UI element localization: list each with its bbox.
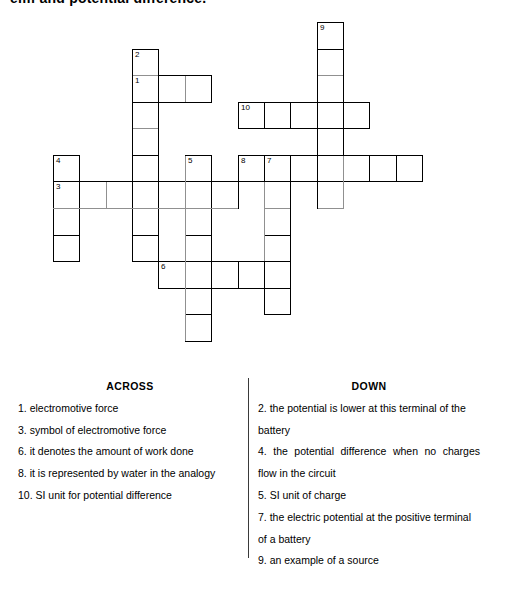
- cell-number: 9: [320, 23, 324, 33]
- grid-cell: [53, 208, 80, 236]
- grid-gray-line: [264, 208, 290, 209]
- grid-cell: [343, 155, 370, 182]
- grid-cell: [396, 155, 423, 182]
- cell-number: 2: [135, 50, 139, 60]
- grid-cell: [79, 181, 107, 209]
- grid-cell: [317, 181, 344, 209]
- grid-cell: [53, 235, 80, 262]
- grid-cell: [185, 75, 212, 103]
- down-clues: DOWN 2. the potential is lower at this t…: [258, 376, 480, 572]
- down-clue-item: 7. the electric potential at the positiv…: [258, 507, 480, 551]
- grid-cell: [290, 102, 318, 129]
- crossword-board: 92110458736: [0, 0, 506, 360]
- grid-cell: [132, 208, 159, 236]
- grid-cell: [158, 75, 186, 103]
- grid-cell: 1: [132, 75, 159, 103]
- grid-cell: [185, 208, 212, 236]
- grid-gray-line: [133, 75, 158, 76]
- grid-cell: 7: [264, 155, 291, 182]
- grid-cell: [185, 181, 212, 209]
- grid-cell: [211, 181, 239, 209]
- down-clue-item: 2. the potential is lower at this termin…: [258, 398, 480, 442]
- cell-number: 1: [135, 76, 139, 86]
- grid-cell: 4: [53, 155, 80, 182]
- grid-cell: [185, 235, 212, 262]
- grid-cell: [132, 128, 159, 156]
- cell-number: 4: [56, 156, 60, 166]
- grid-cell: 8: [238, 155, 265, 182]
- grid-gray-line: [106, 182, 107, 208]
- clue-line: of a battery: [258, 529, 480, 551]
- grid-cell: [343, 102, 370, 129]
- across-clue-item: 6. it denotes the amount of work done: [18, 441, 242, 463]
- clue-line: 7. the electric potential at the positiv…: [258, 507, 480, 529]
- grid-cell: [132, 155, 159, 182]
- across-clues: ACROSS 1. electromotive force3. symbol o…: [18, 376, 242, 507]
- grid-gray-line: [185, 156, 186, 341]
- grid-cell: [264, 208, 291, 236]
- clue-line: battery: [258, 420, 480, 442]
- cell-number: 8: [241, 156, 245, 166]
- grid-cell: [317, 155, 344, 182]
- grid-cell: [317, 49, 344, 76]
- grid-cell: [369, 155, 397, 182]
- grid-cell: 3: [53, 181, 80, 209]
- clue-line: 9. an example of a source: [258, 550, 480, 572]
- grid-cell: [290, 155, 318, 182]
- grid-cell: [317, 102, 344, 129]
- grid-cell: [106, 181, 133, 209]
- down-clue-item: 4. the potential difference when no char…: [258, 441, 480, 485]
- grid-cell: [264, 261, 291, 289]
- grid-cell: [132, 235, 159, 262]
- grid-gray-line: [264, 182, 265, 261]
- cell-number: 3: [56, 182, 60, 192]
- across-clue-item: 3. symbol of electromotive force: [18, 420, 242, 442]
- down-clue-item: 5. SI unit of charge: [258, 485, 480, 507]
- across-clue-item: 10. SI unit for potential difference: [18, 485, 242, 507]
- grid-cell: [264, 181, 291, 209]
- grid-cell: [317, 128, 344, 156]
- clue-line: 5. SI unit of charge: [258, 485, 480, 507]
- clue-line: 2. the potential is lower at this termin…: [258, 398, 480, 420]
- down-clue-item: 9. an example of a source: [258, 550, 480, 572]
- grid-cell: 2: [132, 49, 159, 76]
- clue-line: 4. the potential difference when no char…: [258, 441, 480, 463]
- grid-cell: [238, 261, 265, 289]
- across-header: ACROSS: [18, 376, 242, 398]
- grid-gray-line: [185, 76, 186, 102]
- grid-cell: 5: [185, 155, 212, 182]
- grid-cell: [132, 102, 159, 129]
- cell-number: 5: [188, 156, 192, 166]
- grid-cell: [185, 314, 212, 342]
- cell-number: 7: [267, 156, 271, 166]
- grid-cell: [211, 261, 239, 289]
- grid-gray-line: [318, 75, 343, 76]
- grid-cell: [132, 181, 159, 209]
- grid-cell: [185, 261, 212, 289]
- cell-number: 10: [241, 103, 250, 113]
- grid-cell: [264, 102, 291, 129]
- grid-gray-line: [133, 128, 158, 129]
- cell-number: 6: [161, 262, 165, 272]
- grid-gray-line: [53, 208, 238, 209]
- grid-gray-line: [318, 208, 343, 209]
- grid-cell: [264, 288, 291, 315]
- grid-cell: [158, 181, 186, 209]
- grid-cell: 6: [158, 261, 186, 289]
- grid-cell: [185, 288, 212, 315]
- across-clue-item: 8. it is represented by water in the ana…: [18, 463, 242, 485]
- grid-cell: 9: [317, 22, 344, 50]
- clue-divider: [248, 378, 249, 558]
- grid-gray-line: [343, 156, 344, 209]
- across-clue-item: 1. electromotive force: [18, 398, 242, 420]
- grid-cell: [264, 235, 291, 262]
- down-header: DOWN: [258, 376, 480, 398]
- grid-cell: 10: [238, 102, 265, 129]
- clue-line: flow in the circuit: [258, 463, 480, 485]
- grid-cell: [317, 75, 344, 103]
